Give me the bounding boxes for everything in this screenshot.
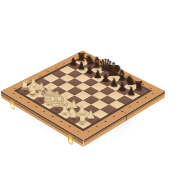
piece-black-pawn: ♟ (125, 83, 137, 97)
brass-clasp-front (68, 133, 73, 145)
brass-clasp-left (10, 98, 14, 110)
chessboard: ♜♞♝♛♚♝♞♜♟♟♟♟♟♟♟♟♟♟♟♟♟♟♟♟♜♞♝♛♚♝♞♜ (1, 51, 165, 140)
product-photo-scene: ♜♞♝♛♚♝♞♜♟♟♟♟♟♟♟♟♟♟♟♟♟♟♟♟♜♞♝♛♚♝♞♜ (0, 0, 180, 180)
piece-white-rook: ♜ (76, 109, 88, 125)
fold-seam-side (126, 114, 127, 121)
